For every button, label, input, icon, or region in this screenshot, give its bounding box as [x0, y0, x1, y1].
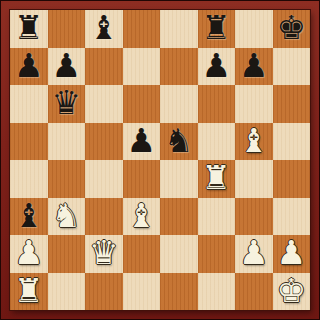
square-e6 — [160, 85, 198, 123]
square-e7 — [160, 48, 198, 86]
black-rook-f8: ♜ — [201, 11, 231, 44]
square-c3 — [85, 198, 123, 236]
square-a5 — [10, 123, 48, 161]
square-f8: ♜ — [198, 10, 236, 48]
square-a3: ♝ — [10, 198, 48, 236]
square-d5: ♟ — [123, 123, 161, 161]
square-h1: ♚ — [273, 273, 311, 311]
white-pawn-g2: ♟ — [239, 236, 269, 269]
black-pawn-d5: ♟ — [126, 124, 156, 157]
square-a1: ♜ — [10, 273, 48, 311]
square-h2: ♟ — [273, 235, 311, 273]
square-a6 — [10, 85, 48, 123]
black-bishop-c8: ♝ — [89, 11, 119, 44]
black-pawn-f7: ♟ — [201, 49, 231, 82]
black-pawn-a7: ♟ — [14, 49, 44, 82]
square-d7 — [123, 48, 161, 86]
square-g5: ♝ — [235, 123, 273, 161]
square-c7 — [85, 48, 123, 86]
square-g6 — [235, 85, 273, 123]
square-g3 — [235, 198, 273, 236]
square-d8 — [123, 10, 161, 48]
square-b1 — [48, 273, 86, 311]
square-b6: ♛ — [48, 85, 86, 123]
square-b4 — [48, 160, 86, 198]
white-bishop-g5: ♝ — [239, 124, 269, 157]
black-bishop-a3: ♝ — [14, 199, 44, 232]
black-rook-a8: ♜ — [14, 11, 44, 44]
square-e4 — [160, 160, 198, 198]
black-knight-e5: ♞ — [164, 124, 194, 157]
square-c4 — [85, 160, 123, 198]
chess-board: ♜♝♜♚♟♟♟♟♛♟♞♝♜♝♞♝♟♛♟♟♜♚ — [10, 10, 310, 310]
square-a2: ♟ — [10, 235, 48, 273]
square-g1 — [235, 273, 273, 311]
square-d4 — [123, 160, 161, 198]
square-b7: ♟ — [48, 48, 86, 86]
square-c5 — [85, 123, 123, 161]
black-pawn-b7: ♟ — [51, 49, 81, 82]
square-f2 — [198, 235, 236, 273]
square-a7: ♟ — [10, 48, 48, 86]
square-b8 — [48, 10, 86, 48]
black-queen-b6: ♛ — [51, 86, 81, 119]
chess-diagram-image[interactable]: ♜♝♜♚♟♟♟♟♛♟♞♝♜♝♞♝♟♛♟♟♜♚ — [0, 0, 320, 320]
square-a4 — [10, 160, 48, 198]
square-f3 — [198, 198, 236, 236]
square-g8 — [235, 10, 273, 48]
square-d3: ♝ — [123, 198, 161, 236]
white-queen-c2: ♛ — [89, 236, 119, 269]
square-f1 — [198, 273, 236, 311]
black-king-h8: ♚ — [276, 11, 306, 44]
square-b3: ♞ — [48, 198, 86, 236]
white-rook-a1: ♜ — [14, 274, 44, 307]
white-king-h1: ♚ — [276, 274, 306, 307]
black-pawn-g7: ♟ — [239, 49, 269, 82]
white-rook-f4: ♜ — [201, 161, 231, 194]
square-e5: ♞ — [160, 123, 198, 161]
square-f7: ♟ — [198, 48, 236, 86]
square-b2 — [48, 235, 86, 273]
square-e1 — [160, 273, 198, 311]
square-g4 — [235, 160, 273, 198]
square-f5 — [198, 123, 236, 161]
square-d6 — [123, 85, 161, 123]
square-d1 — [123, 273, 161, 311]
square-h7 — [273, 48, 311, 86]
square-c6 — [85, 85, 123, 123]
square-b5 — [48, 123, 86, 161]
white-bishop-d3: ♝ — [126, 199, 156, 232]
square-h5 — [273, 123, 311, 161]
square-h3 — [273, 198, 311, 236]
square-c8: ♝ — [85, 10, 123, 48]
square-c2: ♛ — [85, 235, 123, 273]
square-a8: ♜ — [10, 10, 48, 48]
square-e3 — [160, 198, 198, 236]
square-e8 — [160, 10, 198, 48]
white-pawn-a2: ♟ — [14, 236, 44, 269]
white-knight-b3: ♞ — [51, 199, 81, 232]
square-h8: ♚ — [273, 10, 311, 48]
square-g7: ♟ — [235, 48, 273, 86]
square-c1 — [85, 273, 123, 311]
white-pawn-h2: ♟ — [276, 236, 306, 269]
square-g2: ♟ — [235, 235, 273, 273]
square-f4: ♜ — [198, 160, 236, 198]
square-f6 — [198, 85, 236, 123]
square-h4 — [273, 160, 311, 198]
square-h6 — [273, 85, 311, 123]
square-e2 — [160, 235, 198, 273]
square-d2 — [123, 235, 161, 273]
